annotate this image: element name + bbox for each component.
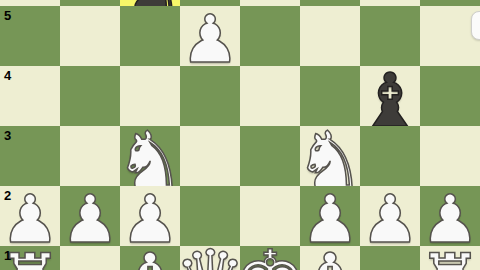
- square-d4[interactable]: [180, 66, 240, 126]
- edge-drag-handle[interactable]: [471, 11, 480, 40]
- square-h3[interactable]: [420, 126, 480, 186]
- piece-white-pawn-d5[interactable]: ♟: [180, 7, 239, 73]
- square-b5[interactable]: [60, 6, 120, 66]
- square-c5[interactable]: [120, 6, 180, 66]
- piece-white-king-e1[interactable]: ♚: [234, 240, 306, 270]
- piece-white-pawn-g2[interactable]: ♟: [360, 187, 419, 253]
- square-f3[interactable]: ♞: [300, 126, 360, 186]
- square-d5[interactable]: ♟: [180, 6, 240, 66]
- piece-white-rook-h1[interactable]: ♜: [418, 244, 480, 270]
- square-a5[interactable]: [0, 6, 60, 66]
- piece-white-pawn-b2[interactable]: ♟: [60, 187, 119, 253]
- chessboard-viewport: ♞♟♝♞♞♟♟♟♟♟♟♜♝♛♚♝♜ 5 4 3 2 1: [0, 0, 480, 270]
- square-e4[interactable]: [240, 66, 300, 126]
- piece-white-bishop-f1[interactable]: ♝: [297, 243, 363, 270]
- square-e5[interactable]: [240, 6, 300, 66]
- square-e3[interactable]: [240, 126, 300, 186]
- square-f1[interactable]: ♝: [300, 246, 360, 270]
- square-a4[interactable]: [0, 66, 60, 126]
- square-a1[interactable]: ♜: [0, 246, 60, 270]
- square-g2[interactable]: ♟: [360, 186, 420, 246]
- square-g1[interactable]: [360, 246, 420, 270]
- square-h4[interactable]: [420, 66, 480, 126]
- square-g4[interactable]: ♝: [360, 66, 420, 126]
- square-b4[interactable]: [60, 66, 120, 126]
- square-e1[interactable]: ♚: [240, 246, 300, 270]
- chessboard: ♞♟♝♞♞♟♟♟♟♟♟♜♝♛♚♝♜: [0, 0, 480, 270]
- square-a2[interactable]: ♟: [0, 186, 60, 246]
- square-b2[interactable]: ♟: [60, 186, 120, 246]
- square-g3[interactable]: [360, 126, 420, 186]
- square-h2[interactable]: ♟: [420, 186, 480, 246]
- piece-white-rook-a1[interactable]: ♜: [0, 244, 62, 270]
- square-f5[interactable]: [300, 6, 360, 66]
- square-d1[interactable]: ♛: [180, 246, 240, 270]
- square-b1[interactable]: [60, 246, 120, 270]
- square-a3[interactable]: [0, 126, 60, 186]
- square-d3[interactable]: [180, 126, 240, 186]
- square-h1[interactable]: ♜: [420, 246, 480, 270]
- square-c1[interactable]: ♝: [120, 246, 180, 270]
- square-c3[interactable]: ♞: [120, 126, 180, 186]
- square-b3[interactable]: [60, 126, 120, 186]
